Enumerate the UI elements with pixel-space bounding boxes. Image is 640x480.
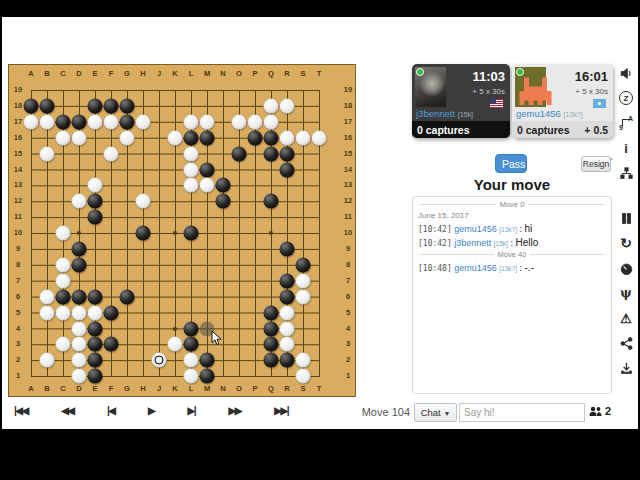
- black-stone: [264, 146, 279, 161]
- white-stone: [24, 114, 39, 129]
- captures-white: 0 captures+ 0.5: [512, 121, 613, 138]
- coord-letter: R: [284, 70, 289, 78]
- nav-first-move[interactable]: |◀◀: [12, 404, 30, 418]
- white-stone: [72, 321, 87, 336]
- coord-number: 2: [346, 357, 350, 365]
- coord-letter: Q: [268, 70, 274, 78]
- white-stone: [296, 369, 311, 384]
- black-stone: [184, 337, 199, 352]
- move-divider: Move 40: [413, 249, 611, 260]
- chat-message: [10:42] j3bennett [15k] : Hello: [413, 235, 611, 249]
- coord-letter: O: [236, 70, 242, 78]
- coord-letter: D: [76, 385, 81, 393]
- black-stone: [40, 98, 55, 113]
- chat-message: [10:42] gemu1456 [13k?] : hi: [413, 221, 611, 235]
- move-nav-bar: |◀◀◀◀|◀▶▶|▶▶▶▶|: [12, 400, 290, 422]
- presence-indicator[interactable]: 2: [589, 405, 611, 417]
- captures-black: 0 captures: [412, 121, 510, 138]
- coord-letter: H: [140, 385, 145, 393]
- username-black[interactable]: j3bennett [15k]: [416, 108, 473, 119]
- white-stone: [56, 130, 71, 145]
- online-dot: [516, 68, 524, 76]
- chat-input[interactable]: [459, 403, 585, 422]
- nav-back[interactable]: |◀: [105, 404, 117, 418]
- coord-letter: J: [157, 385, 161, 393]
- sidebar-gap: [614, 188, 638, 208]
- online-dot: [416, 68, 424, 76]
- white-stone: [56, 257, 71, 272]
- black-stone: [88, 210, 103, 225]
- black-stone: [104, 305, 119, 320]
- star-point: [173, 327, 177, 331]
- coord-number: 3: [346, 341, 350, 349]
- coord-number: 18: [344, 102, 352, 110]
- white-stone: [56, 337, 71, 352]
- black-stone: [120, 114, 135, 129]
- zen-icon[interactable]: Z: [614, 88, 638, 108]
- turn-status: Your move: [412, 176, 612, 193]
- coord-letter: L: [189, 385, 194, 393]
- coord-letter: D: [76, 70, 81, 78]
- coord-number: 4: [346, 325, 350, 333]
- pass-button[interactable]: Pass: [495, 154, 527, 173]
- coord-number: 12: [14, 198, 22, 206]
- player-card-black: 11:03 + 5 x 30s j3bennett [15k] 0 captur…: [412, 64, 510, 138]
- white-stone: [280, 321, 295, 336]
- coord-letter: K: [172, 385, 177, 393]
- app-window: AA1919BB1818CC1717DD1616EE1515FF1414GG13…: [2, 17, 638, 429]
- white-stone: [88, 114, 103, 129]
- coord-number: 1: [346, 372, 350, 380]
- black-stone: [72, 114, 87, 129]
- coord-number: 9: [346, 245, 350, 253]
- coord-number: 16: [344, 134, 352, 142]
- black-stone: [184, 226, 199, 241]
- white-stone: [72, 194, 87, 209]
- chat-date: June 15, 2017: [413, 210, 611, 221]
- coord-number: 15: [14, 150, 22, 158]
- black-stone: [200, 353, 215, 368]
- coord-letter: L: [189, 70, 194, 78]
- coord-number: 9: [16, 245, 20, 253]
- coord-number: 4: [16, 325, 20, 333]
- black-stone: [280, 289, 295, 304]
- pause-icon[interactable]: [614, 208, 638, 228]
- black-stone: [280, 353, 295, 368]
- coord-number: 16: [14, 134, 22, 142]
- coord-number: 18: [14, 102, 22, 110]
- white-stone: [168, 337, 183, 352]
- coord-number: 19: [14, 86, 22, 94]
- coord-letter: E: [92, 70, 97, 78]
- white-stone: [88, 178, 103, 193]
- black-stone: [104, 98, 119, 113]
- coord-letter: S: [300, 385, 305, 393]
- white-stone: [232, 114, 247, 129]
- black-stone: [232, 146, 247, 161]
- white-stone: [296, 353, 311, 368]
- white-stone: [280, 337, 295, 352]
- white-stone: [296, 130, 311, 145]
- white-stone: [312, 130, 327, 145]
- go-board[interactable]: AA1919BB1818CC1717DD1616EE1515FF1414GG13…: [8, 64, 356, 397]
- coord-letter: F: [109, 385, 114, 393]
- white-stone: [72, 337, 87, 352]
- coord-letter: Q: [268, 385, 274, 393]
- nav-play[interactable]: ▶: [146, 404, 156, 418]
- star-point: [269, 231, 273, 235]
- coord-letter: M: [204, 385, 210, 393]
- coord-letter: C: [60, 385, 65, 393]
- white-stone: [184, 162, 199, 177]
- coord-number: 13: [344, 182, 352, 190]
- white-stone: [88, 305, 103, 320]
- coordinates-icon[interactable]: A9: [614, 113, 638, 133]
- white-stone: [56, 226, 71, 241]
- white-stone: [280, 98, 295, 113]
- white-stone: [72, 353, 87, 368]
- white-stone: [264, 98, 279, 113]
- white-stone: [40, 289, 55, 304]
- black-stone: [88, 337, 103, 352]
- coord-letter: E: [92, 385, 97, 393]
- chat-log[interactable]: Move 0June 15, 2017[10:42] gemu1456 [13k…: [412, 196, 612, 394]
- coord-letter: N: [220, 70, 225, 78]
- white-stone: [184, 353, 199, 368]
- black-stone: [264, 130, 279, 145]
- white-stone: [184, 369, 199, 384]
- black-stone: [184, 321, 199, 336]
- people-icon: [589, 406, 602, 417]
- black-stone: [216, 194, 231, 209]
- black-stone: [88, 289, 103, 304]
- white-stone: [136, 194, 151, 209]
- coord-number: 8: [346, 261, 350, 269]
- coord-number: 17: [344, 118, 352, 126]
- coord-number: 2: [16, 357, 20, 365]
- white-stone: [280, 305, 295, 320]
- komi: + 0.5: [584, 124, 608, 136]
- coord-letter: J: [157, 70, 161, 78]
- white-stone: [72, 130, 87, 145]
- report-icon[interactable]: ⚠: [614, 308, 638, 328]
- black-stone: [56, 114, 71, 129]
- black-stone: [264, 337, 279, 352]
- byoyomi-white: + 5 x 30s: [575, 87, 608, 96]
- coord-number: 7: [346, 277, 350, 285]
- coord-letter: B: [44, 70, 49, 78]
- black-stone: [136, 226, 151, 241]
- white-stone: [296, 289, 311, 304]
- move-tree-icon[interactable]: [614, 163, 638, 183]
- byoyomi-black: + 5 x 30s: [472, 87, 505, 96]
- black-stone: [72, 257, 87, 272]
- black-stone: [56, 289, 71, 304]
- download-icon[interactable]: [614, 358, 638, 378]
- clock-white: 16:01: [575, 69, 608, 84]
- nav-forward[interactable]: ▶|: [186, 404, 198, 418]
- coord-letter: P: [252, 70, 257, 78]
- coord-letter: A: [28, 70, 33, 78]
- black-stone: [280, 242, 295, 257]
- black-stone: [120, 98, 135, 113]
- move-number: Move 104: [338, 406, 410, 418]
- coord-number: 17: [14, 118, 22, 126]
- fork-icon[interactable]: ψ: [614, 283, 638, 303]
- black-stone: [88, 98, 103, 113]
- white-stone: [184, 114, 199, 129]
- coord-letter: G: [124, 385, 130, 393]
- white-stone: [40, 305, 55, 320]
- white-stone: [72, 305, 87, 320]
- chat-username[interactable]: gemu1456: [454, 263, 497, 273]
- black-stone: [296, 257, 311, 272]
- refresh-icon[interactable]: ↻: [614, 233, 638, 253]
- coord-letter: A: [28, 385, 33, 393]
- presence-count: 2: [605, 405, 611, 417]
- coord-number: 1: [16, 372, 20, 380]
- coord-number: 6: [16, 293, 20, 301]
- coord-letter: T: [317, 385, 322, 393]
- black-stone: [88, 353, 103, 368]
- white-stone: [184, 178, 199, 193]
- white-stone: [264, 114, 279, 129]
- share-icon[interactable]: [614, 333, 638, 353]
- nav-fast-forward[interactable]: ▶▶: [226, 404, 242, 418]
- black-stone: [72, 242, 87, 257]
- nav-fast-back[interactable]: ◀◀: [59, 404, 75, 418]
- white-stone: [200, 178, 215, 193]
- country-flag-icon: [593, 99, 606, 108]
- chat-message: [10:48] gemu1456 [13k?] : -.-: [413, 260, 611, 274]
- black-stone: [216, 178, 231, 193]
- coord-letter: G: [124, 70, 130, 78]
- chevron-down-icon: ▼: [443, 410, 450, 417]
- volume-icon[interactable]: [614, 63, 638, 83]
- white-stone: [200, 114, 215, 129]
- black-stone: [264, 321, 279, 336]
- coord-letter: H: [140, 70, 145, 78]
- coord-number: 19: [344, 86, 352, 94]
- black-stone: [88, 194, 103, 209]
- tool-sidebar: ZA9i↻ψ⚠: [614, 63, 638, 383]
- black-stone: [280, 162, 295, 177]
- clock-black: 11:03: [472, 69, 505, 84]
- info-icon[interactable]: i: [614, 138, 638, 158]
- nav-last-move[interactable]: ▶▶|: [272, 404, 290, 418]
- white-stone: [40, 146, 55, 161]
- black-stone: [280, 273, 295, 288]
- move-divider: Move 0: [413, 199, 611, 210]
- white-stone: [56, 305, 71, 320]
- coord-number: 6: [346, 293, 350, 301]
- chat-username[interactable]: j3bennett: [454, 238, 491, 248]
- black-stone: [88, 369, 103, 384]
- coord-number: 3: [16, 341, 20, 349]
- coord-letter: T: [317, 70, 322, 78]
- coord-number: 14: [344, 166, 352, 174]
- black-stone: [200, 130, 215, 145]
- white-stone-last-move: [152, 353, 167, 368]
- us-flag-icon: [490, 99, 503, 108]
- chat-username[interactable]: gemu1456: [454, 224, 497, 234]
- player-card-white: 16:01 + 5 x 30s gemu1456 [13k?] 0 captur…: [512, 64, 613, 138]
- black-stone: [264, 305, 279, 320]
- coord-letter: S: [300, 70, 305, 78]
- coord-number: 11: [14, 213, 22, 221]
- black-stone: [72, 289, 87, 304]
- coord-letter: F: [109, 70, 114, 78]
- coord-number: 7: [16, 277, 20, 285]
- black-stone: [120, 289, 135, 304]
- black-stone: [184, 130, 199, 145]
- star-point: [173, 231, 177, 235]
- coord-letter: B: [44, 385, 49, 393]
- chat-mode-select[interactable]: Chat ▼: [414, 403, 457, 422]
- coord-number: 5: [346, 309, 350, 317]
- coord-letter: O: [236, 385, 242, 393]
- coord-letter: N: [220, 385, 225, 393]
- white-stone: [168, 130, 183, 145]
- score-estimate-icon[interactable]: [614, 258, 638, 278]
- coord-number: 10: [344, 229, 352, 237]
- black-stone: [200, 162, 215, 177]
- avatar-gemu1456[interactable]: [515, 67, 546, 107]
- coord-number: 8: [16, 261, 20, 269]
- coord-number: 12: [344, 198, 352, 206]
- coord-letter: K: [172, 70, 177, 78]
- coord-number: 15: [344, 150, 352, 158]
- black-stone: [104, 337, 119, 352]
- coord-number: 13: [14, 182, 22, 190]
- white-stone: [56, 273, 71, 288]
- coord-letter: P: [252, 385, 257, 393]
- white-stone: [248, 114, 263, 129]
- avatar-j3bennett[interactable]: [415, 67, 446, 107]
- black-stone: [88, 321, 103, 336]
- coord-number: 11: [344, 213, 352, 221]
- black-stone: [264, 353, 279, 368]
- white-stone: [40, 353, 55, 368]
- coord-number: 10: [14, 229, 22, 237]
- mouse-cursor: [211, 331, 222, 350]
- black-stone: [24, 98, 39, 113]
- white-stone: [104, 114, 119, 129]
- white-stone: [296, 273, 311, 288]
- coord-letter: R: [284, 385, 289, 393]
- black-stone: [200, 369, 215, 384]
- white-stone: [72, 369, 87, 384]
- black-stone: [264, 194, 279, 209]
- black-stone: [280, 146, 295, 161]
- white-stone: [184, 146, 199, 161]
- coord-letter: C: [60, 70, 65, 78]
- star-point: [77, 231, 81, 235]
- coord-letter: M: [204, 70, 210, 78]
- coord-number: 5: [16, 309, 20, 317]
- white-stone: [104, 146, 119, 161]
- white-stone: [280, 130, 295, 145]
- white-stone: [120, 130, 135, 145]
- username-white[interactable]: gemu1456 [13k?]: [516, 108, 583, 119]
- white-stone: [136, 114, 151, 129]
- black-stone: [248, 130, 263, 145]
- white-stone: [40, 114, 55, 129]
- coord-number: 14: [14, 166, 22, 174]
